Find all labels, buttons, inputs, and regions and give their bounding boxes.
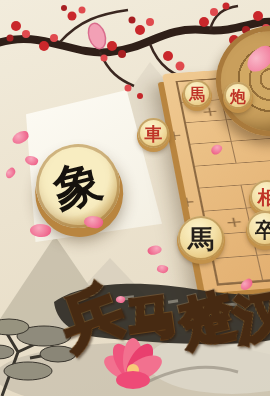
xiangqi-splash-screen: 馬 炮 車 相 卒 馬 象 兵 马 楚 汉 bbox=[0, 0, 270, 396]
ink-band bbox=[0, 0, 270, 396]
ink-blob bbox=[54, 284, 270, 344]
